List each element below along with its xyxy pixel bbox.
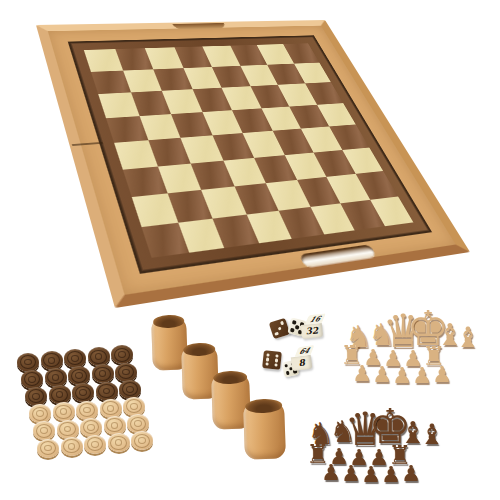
- chessboard: [36, 20, 470, 308]
- checker-dark: [115, 363, 137, 382]
- checker-dark: [88, 347, 110, 366]
- die-pip: [280, 321, 285, 326]
- checker-dark: [25, 387, 47, 406]
- doubling-cube-top-number: 16: [305, 313, 326, 324]
- checker-light: [61, 437, 83, 456]
- die-pip: [265, 362, 269, 366]
- checker-dark: [41, 351, 63, 370]
- checker-light: [37, 439, 59, 458]
- brown-die: [262, 350, 282, 370]
- chess-piece-dark-pawn: ♟: [381, 464, 401, 486]
- chess-piece-light-pawn: ♟: [392, 365, 412, 387]
- checker-dark: [49, 385, 71, 404]
- checker-light: [104, 416, 126, 435]
- die-pip: [295, 325, 299, 329]
- doubling-cube-front-number: 32: [301, 323, 323, 339]
- checker-light: [53, 402, 75, 421]
- chess-piece-dark-pawn: ♟: [361, 464, 381, 486]
- checker-dark: [111, 345, 133, 364]
- chess-piece-light-pawn: ♟: [352, 363, 372, 385]
- doubling-cube: 1632: [300, 314, 323, 339]
- die-pip: [290, 328, 294, 332]
- die-pip: [274, 332, 279, 337]
- die-pip: [277, 326, 282, 331]
- chess-piece-dark-pawn: ♟: [341, 463, 361, 485]
- checker-light: [84, 435, 106, 454]
- checker-dark: [21, 370, 43, 389]
- checker-dark: [17, 353, 39, 372]
- chess-piece-dark-bishop: ♝: [419, 421, 444, 449]
- die-pip: [284, 364, 288, 368]
- checker-dark: [64, 349, 86, 368]
- chess-piece-dark-pawn: ♟: [401, 463, 421, 485]
- doubling-cube: 648: [289, 346, 312, 372]
- die-pip: [274, 363, 278, 367]
- dice-cup: [243, 401, 286, 459]
- checker-light: [123, 397, 145, 416]
- checker-light: [29, 404, 51, 423]
- doubling-cube-front-number: 8: [291, 355, 313, 372]
- checker-dark: [92, 364, 114, 383]
- die-pip: [292, 320, 296, 324]
- checker-light: [127, 414, 149, 433]
- checker-dark: [68, 366, 90, 385]
- checker-dark: [45, 368, 67, 387]
- board-grid: [84, 43, 414, 257]
- checker-dark: [96, 382, 118, 401]
- checker-light: [57, 420, 79, 439]
- checker-light: [100, 399, 122, 418]
- handle-notch-far: [172, 23, 226, 29]
- doubling-cube-top-number: 64: [295, 345, 315, 357]
- chess-piece-light-pawn: ♟: [372, 364, 392, 386]
- checker-light: [80, 418, 102, 437]
- checker-light: [108, 433, 130, 452]
- checker-light: [76, 401, 98, 420]
- checker-light: [131, 431, 153, 450]
- chess-piece-light-pawn: ♟: [412, 365, 432, 387]
- product-photo-scene: 1632648 ♞♞♛♚♝♝♜♟♟♟♜♟♟♟♟♟♞♞♛♚♝♝♜♟♟♟♜♟♟♟♟♟: [0, 0, 500, 500]
- chess-piece-dark-pawn: ♟: [321, 462, 341, 484]
- checker-dark: [72, 383, 94, 402]
- chess-piece-light-pawn: ♟: [432, 364, 452, 386]
- brown-die: [269, 318, 290, 339]
- chess-piece-light-bishop: ♝: [455, 324, 480, 352]
- die-pip: [286, 371, 290, 375]
- checker-dark: [119, 380, 141, 399]
- checker-light: [33, 421, 55, 440]
